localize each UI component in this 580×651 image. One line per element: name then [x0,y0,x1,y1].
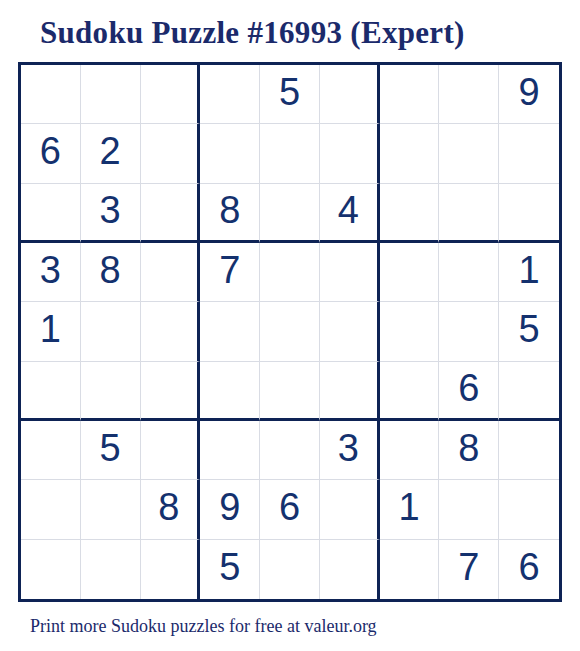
cell-r2c5[interactable] [260,124,320,183]
cell-r9c8[interactable]: 7 [439,540,499,599]
cell-r7c1[interactable] [21,421,81,480]
cell-r8c3[interactable]: 8 [141,480,201,539]
cell-r5c6[interactable] [320,302,380,361]
cell-r2c4[interactable] [200,124,260,183]
cell-r5c2[interactable] [81,302,141,361]
cell-r8c1[interactable] [21,480,81,539]
cell-r7c9[interactable] [499,421,559,480]
cell-r7c2[interactable]: 5 [81,421,141,480]
cell-r2c1[interactable]: 6 [21,124,81,183]
sudoku-grid: 596238438711565388961576 [18,62,562,602]
cell-r1c5[interactable]: 5 [260,65,320,124]
cell-r3c2[interactable]: 3 [81,184,141,243]
cell-r5c5[interactable] [260,302,320,361]
cell-r8c9[interactable] [499,480,559,539]
cell-r6c9[interactable] [499,362,559,421]
cell-r1c3[interactable] [141,65,201,124]
cell-r1c6[interactable] [320,65,380,124]
cell-r3c3[interactable] [141,184,201,243]
cell-r2c6[interactable] [320,124,380,183]
cell-r6c3[interactable] [141,362,201,421]
cell-r9c2[interactable] [81,540,141,599]
cell-r5c4[interactable] [200,302,260,361]
cell-r7c7[interactable] [380,421,440,480]
cell-r7c8[interactable]: 8 [439,421,499,480]
cell-r5c1[interactable]: 1 [21,302,81,361]
cell-r4c7[interactable] [380,243,440,302]
cell-r3c8[interactable] [439,184,499,243]
cell-r6c1[interactable] [21,362,81,421]
cell-r6c6[interactable] [320,362,380,421]
cell-r9c9[interactable]: 6 [499,540,559,599]
cell-r8c4[interactable]: 9 [200,480,260,539]
cell-r6c5[interactable] [260,362,320,421]
cell-r6c4[interactable] [200,362,260,421]
cell-r5c7[interactable] [380,302,440,361]
cell-r3c6[interactable]: 4 [320,184,380,243]
cell-r4c2[interactable]: 8 [81,243,141,302]
cell-r9c5[interactable] [260,540,320,599]
cell-r3c1[interactable] [21,184,81,243]
cell-r5c8[interactable] [439,302,499,361]
cell-r1c2[interactable] [81,65,141,124]
cell-r4c4[interactable]: 7 [200,243,260,302]
cell-r1c7[interactable] [380,65,440,124]
cell-r7c4[interactable] [200,421,260,480]
cell-r2c3[interactable] [141,124,201,183]
page-title: Sudoku Puzzle #16993 (Expert) [40,17,465,48]
cell-r3c4[interactable]: 8 [200,184,260,243]
cell-r8c5[interactable]: 6 [260,480,320,539]
cell-r4c1[interactable]: 3 [21,243,81,302]
cell-r2c7[interactable] [380,124,440,183]
cell-r7c3[interactable] [141,421,201,480]
cell-r4c9[interactable]: 1 [499,243,559,302]
cell-r8c7[interactable]: 1 [380,480,440,539]
cell-r7c5[interactable] [260,421,320,480]
cell-r5c9[interactable]: 5 [499,302,559,361]
cell-r5c3[interactable] [141,302,201,361]
cell-r4c8[interactable] [439,243,499,302]
cell-r6c7[interactable] [380,362,440,421]
cell-r9c1[interactable] [21,540,81,599]
cell-r3c9[interactable] [499,184,559,243]
cell-r9c6[interactable] [320,540,380,599]
cell-r7c6[interactable]: 3 [320,421,380,480]
cell-r9c7[interactable] [380,540,440,599]
cell-r6c2[interactable] [81,362,141,421]
cell-r2c2[interactable]: 2 [81,124,141,183]
cell-r4c3[interactable] [141,243,201,302]
footer-credit-text: Print more Sudoku puzzles for free at va… [30,617,377,637]
cell-r1c4[interactable] [200,65,260,124]
cell-r9c3[interactable] [141,540,201,599]
cell-r8c6[interactable] [320,480,380,539]
cell-r4c5[interactable] [260,243,320,302]
cell-r8c2[interactable] [81,480,141,539]
cell-r3c7[interactable] [380,184,440,243]
cell-r1c1[interactable] [21,65,81,124]
cell-r4c6[interactable] [320,243,380,302]
cell-r6c8[interactable]: 6 [439,362,499,421]
cell-r2c9[interactable] [499,124,559,183]
cell-r9c4[interactable]: 5 [200,540,260,599]
cell-r1c9[interactable]: 9 [499,65,559,124]
cell-r8c8[interactable] [439,480,499,539]
cell-r2c8[interactable] [439,124,499,183]
cell-r1c8[interactable] [439,65,499,124]
cell-r3c5[interactable] [260,184,320,243]
